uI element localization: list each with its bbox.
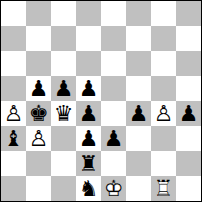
square-d7[interactable]	[76, 26, 101, 51]
square-a5[interactable]	[1, 76, 26, 101]
square-h6[interactable]	[176, 51, 201, 76]
square-b7[interactable]	[26, 26, 51, 51]
white-pawn: ♟♙	[1, 101, 26, 126]
square-b2[interactable]	[26, 151, 51, 176]
black-pawn: ♟	[76, 101, 101, 126]
square-g3[interactable]	[151, 126, 176, 151]
black-pawn-glyph: ♟	[76, 101, 101, 126]
square-h5[interactable]	[176, 76, 201, 101]
black-pawn: ♟	[126, 101, 151, 126]
square-d6[interactable]	[76, 51, 101, 76]
square-a4[interactable]: ♟♙	[1, 101, 26, 126]
black-knight: ♞	[76, 176, 101, 201]
white-pawn-glyph: ♙	[1, 101, 26, 126]
white-pawn-glyph: ♙	[151, 101, 176, 126]
white-rook: ♜♖	[151, 176, 176, 201]
black-pawn-glyph: ♟	[76, 126, 101, 151]
black-pawn: ♟	[76, 76, 101, 101]
white-rook-glyph: ♖	[151, 176, 176, 201]
square-d1[interactable]: ♞	[76, 176, 101, 201]
square-b5[interactable]: ♟	[26, 76, 51, 101]
square-f7[interactable]	[126, 26, 151, 51]
square-a6[interactable]	[1, 51, 26, 76]
square-c8[interactable]	[51, 1, 76, 26]
square-f4[interactable]: ♟	[126, 101, 151, 126]
black-rook: ♜	[76, 151, 101, 176]
square-h7[interactable]	[176, 26, 201, 51]
square-h3[interactable]	[176, 126, 201, 151]
square-g7[interactable]	[151, 26, 176, 51]
square-c4[interactable]: ♛	[51, 101, 76, 126]
square-e6[interactable]	[101, 51, 126, 76]
square-c5[interactable]: ♟	[51, 76, 76, 101]
square-c2[interactable]	[51, 151, 76, 176]
black-pawn: ♟	[176, 101, 201, 126]
square-c3[interactable]	[51, 126, 76, 151]
square-b8[interactable]	[26, 1, 51, 26]
square-c7[interactable]	[51, 26, 76, 51]
black-pawn-glyph: ♟	[76, 76, 101, 101]
square-d2[interactable]: ♜	[76, 151, 101, 176]
board-grid: ♟♟♟♟♙♚♛♟♟♟♙♟♝♟♙♟♟♜♞♚♔♜♖	[0, 0, 202, 202]
square-d8[interactable]	[76, 1, 101, 26]
square-h8[interactable]	[176, 1, 201, 26]
black-pawn: ♟	[101, 126, 126, 151]
square-e2[interactable]	[101, 151, 126, 176]
square-e7[interactable]	[101, 26, 126, 51]
square-b1[interactable]	[26, 176, 51, 201]
black-king: ♚	[26, 101, 51, 126]
square-a3[interactable]: ♝	[1, 126, 26, 151]
white-pawn: ♟♙	[26, 126, 51, 151]
white-pawn: ♟♙	[151, 101, 176, 126]
square-e4[interactable]	[101, 101, 126, 126]
square-f6[interactable]	[126, 51, 151, 76]
square-h2[interactable]	[176, 151, 201, 176]
square-d5[interactable]: ♟	[76, 76, 101, 101]
black-pawn-glyph: ♟	[101, 126, 126, 151]
black-bishop: ♝	[1, 126, 26, 151]
square-g4[interactable]: ♟♙	[151, 101, 176, 126]
square-c6[interactable]	[51, 51, 76, 76]
square-b6[interactable]	[26, 51, 51, 76]
square-a2[interactable]	[1, 151, 26, 176]
square-d4[interactable]: ♟	[76, 101, 101, 126]
chessboard: ♟♟♟♟♙♚♛♟♟♟♙♟♝♟♙♟♟♜♞♚♔♜♖	[0, 0, 202, 202]
black-pawn: ♟	[76, 126, 101, 151]
black-pawn-glyph: ♟	[51, 76, 76, 101]
square-e1[interactable]: ♚♔	[101, 176, 126, 201]
white-king-glyph: ♔	[101, 176, 126, 201]
square-b3[interactable]: ♟♙	[26, 126, 51, 151]
white-king: ♚♔	[101, 176, 126, 201]
black-queen-glyph: ♛	[51, 101, 76, 126]
square-f3[interactable]	[126, 126, 151, 151]
black-pawn-glyph: ♟	[26, 76, 51, 101]
white-pawn-glyph: ♙	[26, 126, 51, 151]
square-f2[interactable]	[126, 151, 151, 176]
black-bishop-glyph: ♝	[1, 126, 26, 151]
square-g8[interactable]	[151, 1, 176, 26]
square-f8[interactable]	[126, 1, 151, 26]
black-queen: ♛	[51, 101, 76, 126]
square-h1[interactable]	[176, 176, 201, 201]
square-h4[interactable]: ♟	[176, 101, 201, 126]
black-knight-glyph: ♞	[76, 176, 101, 201]
square-e8[interactable]	[101, 1, 126, 26]
black-pawn: ♟	[26, 76, 51, 101]
square-d3[interactable]: ♟	[76, 126, 101, 151]
square-a7[interactable]	[1, 26, 26, 51]
square-f5[interactable]	[126, 76, 151, 101]
square-a8[interactable]	[1, 1, 26, 26]
square-g6[interactable]	[151, 51, 176, 76]
black-rook-glyph: ♜	[76, 151, 101, 176]
black-pawn-glyph: ♟	[126, 101, 151, 126]
black-pawn: ♟	[51, 76, 76, 101]
square-g1[interactable]: ♜♖	[151, 176, 176, 201]
black-pawn-glyph: ♟	[176, 101, 201, 126]
square-g2[interactable]	[151, 151, 176, 176]
square-e5[interactable]	[101, 76, 126, 101]
square-f1[interactable]	[126, 176, 151, 201]
square-c1[interactable]	[51, 176, 76, 201]
square-b4[interactable]: ♚	[26, 101, 51, 126]
square-a1[interactable]	[1, 176, 26, 201]
square-e3[interactable]: ♟	[101, 126, 126, 151]
square-g5[interactable]	[151, 76, 176, 101]
black-king-glyph: ♚	[26, 101, 51, 126]
